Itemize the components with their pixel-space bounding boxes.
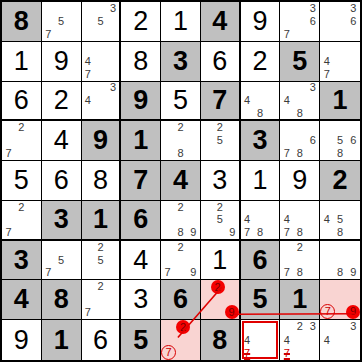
solved-digit: 9 [280,161,319,200]
cell-r2c9[interactable]: 47 [320,42,360,82]
candidate-4: 4 [284,95,290,106]
cell-r2c8[interactable]: 5 [280,42,320,82]
pencil-marks: 348 [280,82,319,120]
cell-r5c1[interactable]: 5 [2,161,42,201]
pencil-marks: 48 [241,82,280,120]
chain-candidate-2: 2 [211,280,225,294]
candidate-7: 7 [284,267,290,278]
solved-digit: 6 [82,320,120,360]
given-digit: 7 [121,161,160,200]
candidate-4: 4 [324,335,330,346]
candidate-6: 6 [350,16,356,27]
candidate-5: 5 [217,214,223,225]
cell-r3c9[interactable]: 1 [320,82,360,122]
candidate-2: 2 [97,242,103,253]
pencil-marks: 458 [320,201,360,239]
cell-r3c1[interactable]: 6 [2,82,42,122]
pencil-marks: 57 [42,2,81,41]
solved-digit: 6 [201,42,239,81]
candidate-9: 9 [190,227,196,238]
candidate-7: 7 [45,29,51,40]
cell-r9c5[interactable]: 27 [161,320,201,360]
candidate-8: 8 [337,267,343,278]
candidate-2: 2 [297,242,303,253]
cell-r7c9[interactable]: 89 [320,241,360,281]
cell-r3c4[interactable]: 9 [121,82,161,122]
candidate-2: 2 [177,122,183,133]
candidate-3: 3 [110,82,116,93]
candidate-2: 2 [177,202,183,213]
candidate-6: 6 [310,135,316,146]
pencil-marks: 568 [320,121,360,160]
given-digit: 3 [2,241,41,280]
cell-r7c2[interactable]: 57 [42,241,82,281]
chain-candidate-7: 7 [161,345,176,360]
solved-digit: 2 [121,2,160,41]
candidate-8: 8 [177,148,183,159]
solved-digit: 1 [2,42,41,81]
cell-r4c1[interactable]: 27 [2,121,42,161]
given-digit: 1 [82,201,120,239]
pencil-marks: 27 [161,320,200,360]
candidate-3: 3 [310,321,316,332]
candidate-7: 7 [244,227,250,238]
pencil-marks: 47 [82,42,120,81]
pencil-marks: 89 [320,241,360,280]
candidate-2: 2 [217,202,223,213]
cell-r7c8[interactable]: 278 [280,241,320,281]
pencil-marks: 47 [241,320,280,360]
cell-r4c7[interactable]: 3 [241,121,281,161]
given-digit: 6 [161,280,200,319]
cell-r5c2[interactable]: 6 [42,161,82,201]
cell-r3c8[interactable]: 348 [280,82,320,122]
given-digit: 4 [201,2,239,41]
pencil-marks: 289 [161,201,200,239]
given-digit: 4 [161,161,200,200]
cell-r3c7[interactable]: 48 [241,82,281,122]
cell-r5c4[interactable]: 7 [121,161,161,201]
pencil-marks: 25 [201,121,239,160]
cell-r1c6[interactable]: 4 [201,2,241,42]
solved-digit: 6 [2,82,41,120]
candidate-5: 5 [337,214,343,225]
solved-digit: 5 [161,82,200,120]
given-digit: 6 [241,241,280,280]
given-digit: 1 [280,280,319,319]
cell-r6c6[interactable]: 259 [201,201,241,241]
solved-digit: 8 [121,42,160,81]
cell-r7c5[interactable]: 279 [161,241,201,281]
cell-r5c8[interactable]: 9 [280,161,320,201]
candidate-8: 8 [257,227,263,238]
pencil-marks: 27 [2,121,41,160]
solved-digit: 8 [82,161,120,200]
solved-digit: 6 [42,161,81,200]
candidate-4: 4 [85,56,91,67]
candidate-8: 8 [177,227,183,238]
candidate-2: 2 [297,321,303,332]
cell-r5c9[interactable]: 2 [320,161,360,201]
given-digit: 3 [42,201,81,239]
given-digit: 2 [320,161,360,200]
pencil-marks: 279 [161,241,200,280]
cell-r4c3[interactable]: 9 [82,121,122,161]
given-digit: 8 [201,320,239,360]
cell-r7c1[interactable]: 3 [2,241,42,281]
cell-r9c6[interactable]: 8 [201,320,241,360]
candidate-6: 6 [310,16,316,27]
candidate-3: 3 [350,321,356,332]
cell-r8c7[interactable]: 5 [241,280,281,320]
cell-r6c7[interactable]: 478 [241,201,281,241]
candidate-8: 8 [297,148,303,159]
given-digit: 7 [201,82,239,120]
candidate-5: 5 [97,255,103,266]
cell-r4c9[interactable]: 568 [320,121,360,161]
pencil-marks: 478 [241,201,280,239]
candidate-7: 7 [85,69,91,80]
candidate-3: 3 [350,3,356,14]
cell-r9c8[interactable]: 2347 [280,320,320,360]
pencil-marks: 259 [201,201,239,239]
pencil-marks: 34 [82,82,120,120]
candidate-7: 7 [5,227,11,238]
given-digit: 1 [42,320,81,360]
given-digit: 6 [121,201,160,239]
solved-digit: 1 [201,241,239,280]
solved-digit: 5 [2,161,41,200]
cell-r6c8[interactable]: 478 [280,201,320,241]
cell-r1c2[interactable]: 57 [42,2,82,42]
pencil-marks: 278 [280,241,319,280]
candidate-3: 3 [310,3,316,14]
cell-r9c9[interactable]: 34 [320,320,360,360]
given-digit: 1 [121,121,160,160]
pencil-marks: 678 [280,121,319,160]
candidate-9: 9 [190,267,196,278]
candidate-4: 4 [324,56,330,67]
cell-r2c1[interactable]: 1 [2,42,42,82]
cell-r4c4[interactable]: 1 [121,121,161,161]
candidate-2: 2 [97,281,103,292]
candidate-5: 5 [337,135,343,146]
eliminated-candidate-7: 7 [244,348,250,359]
solved-digit: 9 [241,2,280,41]
cell-r7c3[interactable]: 25 [82,241,122,281]
cell-r5c7[interactable]: 1 [241,161,281,201]
cell-r7c4[interactable]: 4 [121,241,161,281]
pencil-marks: 27 [82,280,120,319]
pencil-marks: 34 [320,320,360,360]
cell-r8c9[interactable]: 79 [320,280,360,320]
candidate-8: 8 [257,108,263,119]
cell-r9c1[interactable]: 9 [2,320,42,360]
candidate-9: 9 [229,227,235,238]
candidate-5: 5 [217,135,223,146]
cell-r8c6[interactable]: 29 [201,280,241,320]
pencil-marks: 27 [2,201,41,239]
cell-r8c1[interactable]: 4 [2,280,42,320]
cell-r3c3[interactable]: 34 [82,82,122,122]
solved-digit: 3 [121,280,160,319]
cell-r2c7[interactable]: 2 [241,42,281,82]
cell-r8c2[interactable]: 8 [42,280,82,320]
cell-r1c5[interactable]: 1 [161,2,201,42]
cell-r1c7[interactable]: 9 [241,2,281,42]
given-digit: 5 [241,280,280,319]
pencil-marks: 79 [320,280,360,319]
cell-r6c2[interactable]: 3 [42,201,82,241]
cell-r6c9[interactable]: 458 [320,201,360,241]
cell-r1c9[interactable]: 36 [320,2,360,42]
chain-candidate-7: 7 [320,304,335,319]
given-digit: 4 [2,280,41,319]
candidate-8: 8 [337,148,343,159]
pencil-marks: 35 [82,2,120,41]
cell-r4c2[interactable]: 4 [42,121,82,161]
cell-r7c7[interactable]: 6 [241,241,281,281]
given-digit: 3 [161,42,200,81]
cell-r6c1[interactable]: 27 [2,201,42,241]
pencil-marks: 36 [320,2,360,41]
cell-r9c2[interactable]: 1 [42,320,82,360]
candidate-2: 2 [18,202,24,213]
cell-r1c3[interactable]: 35 [82,2,122,42]
cell-r1c4[interactable]: 2 [121,2,161,42]
cell-r6c3[interactable]: 1 [82,201,122,241]
pencil-marks: 57 [42,241,81,280]
candidate-2: 2 [177,242,183,253]
candidate-5: 5 [58,255,64,266]
sudoku-board: 8573521493673619478362547623495748348127… [0,0,362,362]
candidate-7: 7 [284,148,290,159]
cell-r2c6[interactable]: 6 [201,42,241,82]
pencil-marks: 28 [161,121,200,160]
eliminated-candidate-7: 7 [284,348,290,359]
given-digit: 9 [121,82,160,120]
chain-candidate-9: 9 [225,305,239,319]
given-digit: 5 [280,42,319,81]
cell-r6c4[interactable]: 6 [121,201,161,241]
candidate-7: 7 [45,267,51,278]
cell-r2c5[interactable]: 3 [161,42,201,82]
given-digit: 3 [241,121,280,160]
cell-r1c1[interactable]: 8 [2,2,42,42]
cell-r2c2[interactable]: 9 [42,42,82,82]
given-digit: 5 [121,320,160,360]
solved-digit: 4 [121,241,160,280]
candidate-7: 7 [85,307,91,318]
cell-r5c6[interactable]: 3 [201,161,241,201]
candidate-2: 2 [217,122,223,133]
candidate-6: 6 [350,135,356,146]
solved-digit: 2 [241,42,280,81]
cell-r2c4[interactable]: 8 [121,42,161,82]
candidate-3: 3 [110,3,116,14]
cell-r7c6[interactable]: 1 [201,241,241,281]
candidate-5: 5 [58,16,64,27]
given-digit: 8 [42,280,81,319]
cell-r4c6[interactable]: 25 [201,121,241,161]
candidate-7: 7 [284,29,290,40]
chain-candidate-9: 9 [346,305,360,319]
candidate-8: 8 [297,108,303,119]
pencil-marks: 2347 [280,320,319,360]
candidate-8: 8 [297,227,303,238]
solved-digit: 3 [201,161,239,200]
candidate-4: 4 [244,214,250,225]
pencil-marks: 47 [320,42,360,81]
cell-r4c5[interactable]: 28 [161,121,201,161]
candidate-4: 4 [85,95,91,106]
cell-r9c7[interactable]: 47 [241,320,281,360]
candidate-4: 4 [324,214,330,225]
candidate-4: 4 [244,95,250,106]
candidate-7: 7 [165,267,171,278]
pencil-marks: 478 [280,201,319,239]
cell-r5c5[interactable]: 4 [161,161,201,201]
cell-r3c6[interactable]: 7 [201,82,241,122]
cell-r8c5[interactable]: 6 [161,280,201,320]
candidate-8: 8 [337,227,343,238]
cell-r5c3[interactable]: 8 [82,161,122,201]
cell-r4c8[interactable]: 678 [280,121,320,161]
candidate-2: 2 [18,122,24,133]
solved-digit: 1 [161,2,200,41]
pencil-marks: 367 [280,2,319,41]
candidate-4: 4 [244,335,250,346]
cell-r8c3[interactable]: 27 [82,280,122,320]
cell-r8c4[interactable]: 3 [121,280,161,320]
candidate-9: 9 [350,267,356,278]
given-digit: 1 [320,82,360,120]
solved-digit: 1 [241,161,280,200]
solved-digit: 9 [42,42,81,81]
cell-r9c3[interactable]: 6 [82,320,122,360]
candidate-7: 7 [284,227,290,238]
pencil-marks: 29 [201,280,239,319]
candidate-7: 7 [324,69,330,80]
candidate-7: 7 [5,148,11,159]
cell-r1c8[interactable]: 367 [280,2,320,42]
candidate-8: 8 [297,267,303,278]
chain-candidate-2: 2 [176,320,190,334]
candidate-3: 3 [310,82,316,93]
cell-r8c8[interactable]: 1 [280,280,320,320]
solved-digit: 2 [42,82,81,120]
solved-digit: 9 [2,320,41,360]
cell-r2c3[interactable]: 47 [82,42,122,82]
given-digit: 9 [82,121,120,160]
candidate-4: 4 [284,214,290,225]
cell-r3c2[interactable]: 2 [42,82,82,122]
cell-r6c5[interactable]: 289 [161,201,201,241]
cell-r9c4[interactable]: 5 [121,320,161,360]
cell-r3c5[interactable]: 5 [161,82,201,122]
given-digit: 8 [2,2,41,41]
pencil-marks: 25 [82,241,120,280]
candidate-4: 4 [284,335,290,346]
candidate-5: 5 [97,16,103,27]
solved-digit: 4 [42,121,81,160]
